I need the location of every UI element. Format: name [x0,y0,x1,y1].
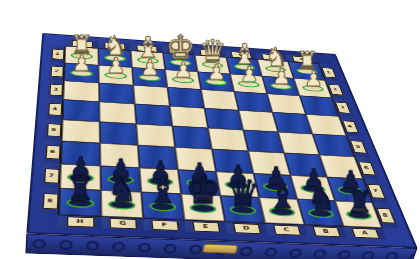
file-label-cell-B: B [305,225,348,238]
square-g5 [100,122,138,145]
file-label-cell-D: D [225,221,268,235]
square-a5 [312,134,354,157]
file-label-G: G [109,218,136,229]
product-photo-stage: HGFEDCBA HGFEDCBA 12345678 12345678 ♜♞♝♛… [0,0,420,259]
white-pawn-icon: ♟ [295,69,332,90]
black-queen-icon: ♛ [221,174,266,212]
brass-clasp [203,245,236,253]
scene: HGFEDCBA HGFEDCBA 12345678 12345678 ♜♞♝♛… [0,0,420,259]
square-d4 [204,108,243,130]
rank-label-left-5: 5 [46,123,60,136]
white-pawn-icon: ♟ [131,57,169,79]
white-pawn-icon: ♟ [97,55,135,77]
black-rook-icon: ♜ [57,174,103,205]
black-knight-icon: ♞ [99,173,145,206]
file-label-C: C [273,224,301,235]
square-f3 [133,85,169,106]
file-label-D: D [232,223,260,234]
rank-label-3: 3 [334,102,350,114]
square-e5 [172,126,212,149]
file-label-cell-C: C [265,223,308,237]
white-pawn-icon: ♟ [198,62,235,83]
rank-label-left-cell-4: 4 [46,99,63,120]
white-pawn-icon: ♟ [231,64,268,85]
black-rook-icon: ♜ [338,187,382,217]
square-e4 [170,106,208,128]
board-top: HGFEDCBA HGFEDCBA 12345678 12345678 ♜♞♝♛… [26,33,417,248]
square-e3 [167,87,204,108]
file-label-F: F [151,219,179,230]
black-knight-icon: ♞ [299,183,343,215]
file-label-cell-A: A [344,226,387,239]
square-g4 [99,102,136,124]
rank-label-left-2: 2 [50,66,63,77]
square-g3 [99,83,135,104]
rank-label-4: 4 [342,120,359,132]
rank-label-left-cell-5: 5 [45,119,63,141]
file-label-E: E [192,221,220,232]
file-label-cell-E: E [184,220,227,234]
file-label-B: B [312,226,340,237]
white-pawn-icon: ♟ [63,53,101,75]
rank-label-left-cell-3: 3 [47,80,64,100]
square-h3 [63,81,99,102]
file-label-cell-H: H [58,215,101,229]
square-f5 [136,124,175,147]
black-bishop-icon: ♝ [260,179,305,214]
square-f4 [135,104,173,126]
square-d5 [208,128,248,151]
black-bishop-icon: ♝ [140,173,186,208]
file-label-cell-G: G [101,216,144,230]
square-h5 [62,120,100,143]
file-label-cell-F: F [143,218,186,232]
white-pawn-icon: ♟ [165,60,202,82]
black-king-icon: ♚ [181,169,226,210]
rank-label-left-4: 4 [48,103,62,115]
square-h4 [63,100,100,122]
file-label-A: A [351,228,379,239]
rank-label-left-3: 3 [49,84,62,96]
rank-label-left-8: 8 [42,193,58,209]
square-d3 [201,89,239,110]
chess-board-box: HGFEDCBA HGFEDCBA 12345678 12345678 ♜♞♝♛… [26,33,417,248]
white-pawn-icon: ♟ [263,66,300,87]
file-label-H: H [66,216,94,227]
